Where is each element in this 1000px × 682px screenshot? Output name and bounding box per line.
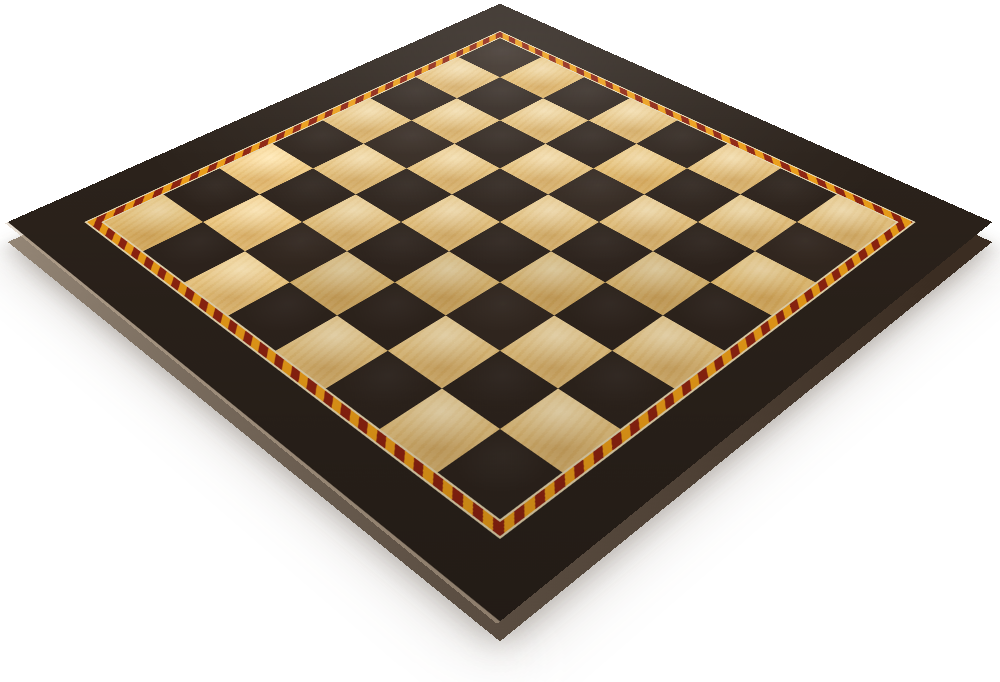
playing-field (101, 37, 899, 522)
board-surface (8, 4, 992, 622)
board-photo (0, 0, 1000, 682)
inlay-trim-border (84, 31, 916, 539)
